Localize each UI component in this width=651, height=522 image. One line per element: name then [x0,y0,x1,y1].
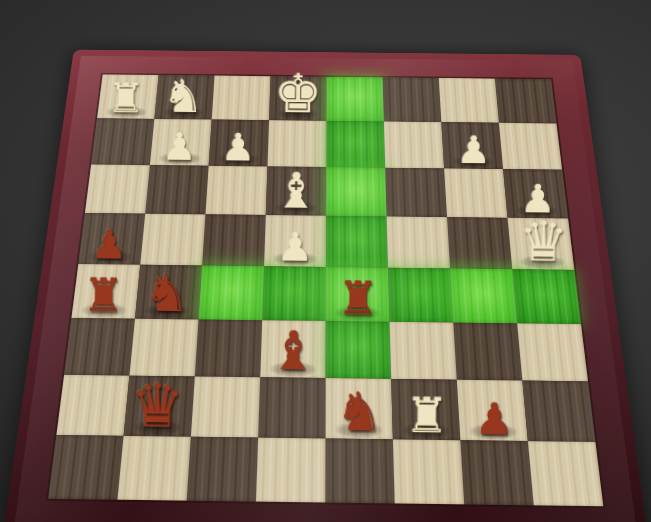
square-c4[interactable] [387,216,451,268]
chess-board: ♜♞♚♟♟♟♝♟♟♟♛♜♞♜♝♛♞♜♟ [14,56,638,522]
square-d1[interactable] [326,77,383,122]
square-f7[interactable] [191,376,260,437]
square-e8[interactable] [256,438,326,503]
square-g7[interactable]: ♛ [124,376,195,437]
square-c6[interactable] [390,322,457,380]
square-e1[interactable]: ♚ [269,76,327,121]
square-h2[interactable] [91,118,154,165]
piece-white-knight[interactable]: ♞ [154,74,212,120]
square-g6[interactable] [129,319,198,377]
square-h4[interactable]: ♟ [78,213,145,265]
piece-white-bishop[interactable]: ♝ [266,166,327,215]
square-d5[interactable]: ♜ [326,267,390,322]
square-h6[interactable] [64,318,135,376]
piece-red-knight[interactable]: ♞ [325,385,393,439]
square-e5[interactable] [262,266,326,321]
square-h1[interactable]: ♜ [97,74,159,119]
square-d2[interactable] [326,121,385,168]
piece-shadow [275,202,317,215]
piece-white-pawn[interactable]: ♟ [444,130,503,169]
square-c2[interactable] [384,121,444,168]
square-h7[interactable] [56,375,129,436]
piece-white-queen[interactable]: ♛ [512,214,575,270]
square-c5[interactable] [388,268,453,323]
square-h3[interactable] [85,164,150,213]
square-b7[interactable]: ♟ [457,380,528,441]
square-b8[interactable] [460,440,533,505]
square-f1[interactable] [212,76,271,121]
piece-red-rook[interactable]: ♜ [326,275,390,322]
square-g4[interactable] [140,214,205,266]
square-b5[interactable] [450,268,517,323]
square-b6[interactable] [453,323,522,381]
piece-shadow [163,107,204,119]
square-d6[interactable] [326,321,392,379]
square-c1[interactable] [383,77,442,122]
square-a8[interactable] [528,441,603,506]
square-d7[interactable]: ♞ [325,378,392,439]
piece-shadow [452,156,494,169]
piece-white-king[interactable]: ♚ [269,67,327,121]
square-f4[interactable] [202,214,266,266]
chess-3d-scene: ♜♞♚♟♟♟♝♟♟♟♛♜♞♜♝♛♞♜♟ [0,0,651,522]
square-g1[interactable]: ♞ [154,75,214,120]
piece-shadow [218,153,260,166]
piece-red-queen[interactable]: ♛ [124,376,192,437]
piece-white-pawn[interactable]: ♟ [264,226,326,267]
square-b1[interactable] [439,78,499,123]
square-b2[interactable]: ♟ [441,122,503,169]
square-a5[interactable] [512,269,581,324]
piece-shadow [106,106,147,118]
piece-shadow [278,108,318,120]
square-f5[interactable] [199,266,264,321]
piece-red-knight[interactable]: ♞ [135,268,199,319]
square-g3[interactable] [145,165,208,214]
square-a4[interactable]: ♛ [508,218,575,270]
square-f8[interactable] [187,437,259,502]
square-g2[interactable]: ♟ [150,119,212,166]
square-e6[interactable]: ♝ [260,320,326,378]
piece-shadow [159,152,201,165]
square-b3[interactable] [444,168,507,217]
square-e4[interactable]: ♟ [264,215,326,267]
square-a2[interactable] [499,123,562,170]
board-wooden-frame: ♜♞♚♟♟♟♝♟♟♟♛♜♞♜♝♛♞♜♟ [14,56,638,522]
piece-red-pawn[interactable]: ♟ [460,397,528,441]
square-c8[interactable] [393,439,464,504]
square-h8[interactable] [48,435,123,500]
square-d3[interactable] [326,167,386,216]
piece-shadow [88,250,133,264]
square-e3[interactable]: ♝ [266,166,327,215]
square-g8[interactable] [117,436,190,501]
square-h5[interactable]: ♜ [71,264,140,319]
square-a7[interactable] [522,381,595,442]
piece-red-bishop[interactable]: ♝ [260,325,326,379]
piece-red-rook[interactable]: ♜ [71,272,135,319]
square-f6[interactable] [195,319,262,377]
piece-white-rook[interactable]: ♜ [393,390,461,440]
square-g5[interactable]: ♞ [135,265,202,320]
square-b4[interactable] [447,217,512,269]
square-a1[interactable] [495,79,557,124]
square-d4[interactable] [326,216,388,268]
piece-white-rook[interactable]: ♜ [97,77,155,119]
app-background: ♜♞♚♟♟♟♝♟♟♟♛♜♞♜♝♛♞♜♟ [0,0,651,522]
square-e7[interactable] [258,377,326,438]
square-f3[interactable] [205,166,267,215]
square-f2[interactable]: ♟ [209,120,269,167]
square-c3[interactable] [385,168,447,217]
board-grid: ♜♞♚♟♟♟♝♟♟♟♛♜♞♜♝♛♞♜♟ [48,74,603,506]
piece-shadow [273,252,316,266]
square-e2[interactable] [267,120,326,167]
piece-red-pawn[interactable]: ♟ [78,224,140,265]
piece-white-pawn[interactable]: ♟ [150,127,209,166]
piece-white-pawn[interactable]: ♟ [209,128,268,167]
square-d8[interactable] [325,439,394,504]
square-c7[interactable]: ♜ [391,379,460,440]
square-a6[interactable] [517,323,588,381]
